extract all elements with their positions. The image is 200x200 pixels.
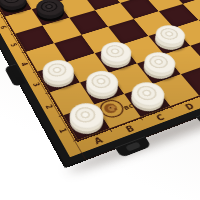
photo-backdrop: ABCDEFGH12345678 ВСП (0, 0, 200, 200)
brand-logo-text: ВСП (123, 101, 141, 111)
checkers-board: ABCDEFGH12345678 ВСП (0, 0, 200, 168)
